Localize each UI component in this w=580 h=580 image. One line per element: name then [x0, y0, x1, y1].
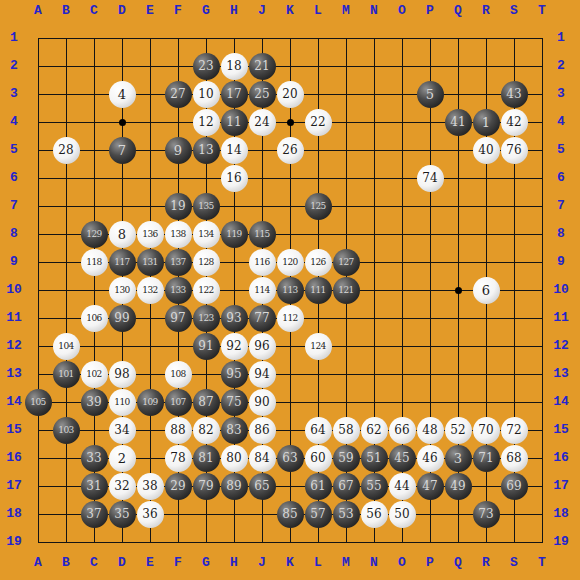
stone-move-number: 61 [310, 480, 325, 492]
stone-move-number: 86 [254, 424, 269, 436]
go-board[interactable]: ABCDEFGHJKLMNOPQRST ABCDEFGHJKLMNOPQRST … [0, 0, 580, 580]
row-label-right-17: 17 [548, 472, 574, 500]
stone-move-number: 87 [198, 396, 213, 408]
stone-move-number: 2 [118, 452, 126, 465]
stone-white-22-L4: 22 [305, 109, 332, 136]
stone-black-125-L7: 125 [305, 193, 332, 220]
row-label-left-13: 13 [1, 360, 27, 388]
stone-move-number: 10 [198, 88, 213, 100]
stone-black-31-C17: 31 [81, 473, 108, 500]
stone-move-number: 39 [86, 396, 101, 408]
stone-move-number: 114 [254, 286, 270, 295]
stone-move-number: 59 [338, 452, 353, 464]
stone-white-106-C11: 106 [81, 305, 108, 332]
stone-move-number: 124 [310, 342, 326, 351]
row-label-right-16: 16 [548, 444, 574, 472]
column-label-top-Q: Q [444, 3, 472, 19]
stone-white-12-G4: 12 [193, 109, 220, 136]
stone-move-number: 126 [310, 258, 326, 267]
stone-black-65-J17: 65 [249, 473, 276, 500]
stone-move-number: 66 [394, 424, 409, 436]
stone-move-number: 82 [198, 424, 213, 436]
stone-white-124-L12: 124 [305, 333, 332, 360]
stone-move-number: 93 [226, 312, 241, 324]
stone-move-number: 27 [170, 88, 185, 100]
stone-white-112-K11: 112 [277, 305, 304, 332]
stone-white-18-H2: 18 [221, 53, 248, 80]
column-label-bottom-Q: Q [444, 555, 472, 571]
stone-black-119-H8: 119 [221, 221, 248, 248]
stone-move-number: 101 [58, 370, 74, 379]
row-label-left-1: 1 [1, 24, 27, 52]
column-label-top-T: T [528, 3, 556, 19]
stone-white-104-B12: 104 [53, 333, 80, 360]
stone-white-8-D8: 8 [109, 221, 136, 248]
stone-move-number: 76 [506, 144, 521, 156]
stone-move-number: 88 [170, 424, 185, 436]
stone-white-130-D10: 130 [109, 277, 136, 304]
stone-move-number: 111 [310, 286, 326, 295]
stone-move-number: 49 [450, 480, 465, 492]
stone-black-73-R18: 73 [473, 501, 500, 528]
stone-white-128-G9: 128 [193, 249, 220, 276]
row-label-left-5: 5 [1, 136, 27, 164]
row-label-right-10: 10 [548, 276, 574, 304]
column-label-top-L: L [304, 3, 332, 19]
stone-black-1-R4: 1 [473, 109, 500, 136]
stone-black-13-G5: 13 [193, 137, 220, 164]
stone-black-75-H14: 75 [221, 389, 248, 416]
stone-white-114-J10: 114 [249, 277, 276, 304]
stone-black-113-K10: 113 [277, 277, 304, 304]
stone-move-number: 21 [254, 60, 269, 72]
stone-black-123-G11: 123 [193, 305, 220, 332]
stone-move-number: 11 [226, 116, 241, 128]
star-point-K4 [287, 119, 294, 126]
stone-white-62-N15: 62 [361, 417, 388, 444]
star-point-D4 [119, 119, 126, 126]
stone-white-126-L9: 126 [305, 249, 332, 276]
stone-move-number: 56 [366, 508, 381, 520]
stone-white-64-L15: 64 [305, 417, 332, 444]
row-label-right-2: 2 [548, 52, 574, 80]
stone-move-number: 46 [422, 452, 437, 464]
stone-black-23-G2: 23 [193, 53, 220, 80]
row-label-left-17: 17 [1, 472, 27, 500]
stone-white-120-K9: 120 [277, 249, 304, 276]
stone-move-number: 3 [454, 452, 462, 465]
stone-white-48-P15: 48 [417, 417, 444, 444]
stone-move-number: 115 [254, 230, 270, 239]
row-label-right-15: 15 [548, 416, 574, 444]
column-label-top-P: P [416, 3, 444, 19]
row-label-left-19: 19 [1, 528, 27, 556]
column-label-bottom-S: S [500, 555, 528, 571]
stone-white-56-N18: 56 [361, 501, 388, 528]
column-label-bottom-H: H [220, 555, 248, 571]
stone-move-number: 29 [170, 480, 185, 492]
row-label-left-18: 18 [1, 500, 27, 528]
stone-black-55-N17: 55 [361, 473, 388, 500]
stone-move-number: 64 [310, 424, 325, 436]
stone-move-number: 19 [170, 200, 185, 212]
row-label-right-14: 14 [548, 388, 574, 416]
stone-move-number: 45 [394, 452, 409, 464]
stone-black-127-M9: 127 [333, 249, 360, 276]
column-label-bottom-B: B [52, 555, 80, 571]
stone-white-24-J4: 24 [249, 109, 276, 136]
column-label-top-C: C [80, 3, 108, 19]
stone-move-number: 135 [198, 202, 214, 211]
stone-black-83-H15: 83 [221, 417, 248, 444]
column-label-top-A: A [24, 3, 52, 19]
stone-move-number: 78 [170, 452, 185, 464]
stone-move-number: 103 [58, 426, 74, 435]
stone-move-number: 91 [198, 340, 213, 352]
stone-move-number: 25 [254, 88, 269, 100]
stone-white-36-E18: 36 [137, 501, 164, 528]
stone-black-43-S3: 43 [501, 81, 528, 108]
row-label-left-12: 12 [1, 332, 27, 360]
row-label-left-4: 4 [1, 108, 27, 136]
stone-move-number: 110 [114, 398, 130, 407]
stone-move-number: 129 [86, 230, 102, 239]
column-label-top-E: E [136, 3, 164, 19]
stone-move-number: 134 [198, 230, 214, 239]
stone-white-138-F8: 138 [165, 221, 192, 248]
stone-black-69-S17: 69 [501, 473, 528, 500]
column-label-top-H: H [220, 3, 248, 19]
stone-move-number: 81 [198, 452, 213, 464]
stone-move-number: 44 [394, 480, 409, 492]
column-label-bottom-N: N [360, 555, 388, 571]
stone-move-number: 121 [338, 286, 354, 295]
stone-black-99-D11: 99 [109, 305, 136, 332]
column-label-top-M: M [332, 3, 360, 19]
stone-move-number: 35 [114, 508, 129, 520]
stone-move-number: 90 [254, 396, 269, 408]
stone-move-number: 98 [114, 368, 129, 380]
column-label-bottom-C: C [80, 555, 108, 571]
stone-white-16-H6: 16 [221, 165, 248, 192]
stone-move-number: 99 [114, 312, 129, 324]
stone-white-118-C9: 118 [81, 249, 108, 276]
stone-white-28-B5: 28 [53, 137, 80, 164]
stone-move-number: 65 [254, 480, 269, 492]
stone-black-71-R16: 71 [473, 445, 500, 472]
column-label-bottom-O: O [388, 555, 416, 571]
stone-move-number: 7 [118, 144, 126, 157]
stone-move-number: 109 [142, 398, 158, 407]
stone-move-number: 17 [226, 88, 241, 100]
stone-white-96-J12: 96 [249, 333, 276, 360]
row-label-right-5: 5 [548, 136, 574, 164]
stone-white-2-D16: 2 [109, 445, 136, 472]
stone-white-92-H12: 92 [221, 333, 248, 360]
stone-move-number: 41 [450, 116, 465, 128]
stone-move-number: 8 [118, 228, 126, 241]
stone-move-number: 72 [506, 424, 521, 436]
stone-move-number: 133 [170, 286, 186, 295]
stone-black-21-J2: 21 [249, 53, 276, 80]
row-label-left-3: 3 [1, 80, 27, 108]
stone-white-68-S16: 68 [501, 445, 528, 472]
stone-black-59-M16: 59 [333, 445, 360, 472]
stone-move-number: 117 [114, 258, 130, 267]
stone-white-6-R10: 6 [473, 277, 500, 304]
column-label-top-F: F [164, 3, 192, 19]
stone-white-70-R15: 70 [473, 417, 500, 444]
stone-move-number: 24 [254, 116, 269, 128]
stone-move-number: 26 [282, 144, 297, 156]
stone-white-108-F13: 108 [165, 361, 192, 388]
stone-move-number: 83 [226, 424, 241, 436]
stone-move-number: 105 [30, 398, 46, 407]
stone-move-number: 16 [226, 172, 241, 184]
stone-black-53-M18: 53 [333, 501, 360, 528]
column-label-top-S: S [500, 3, 528, 19]
stone-move-number: 74 [422, 172, 437, 184]
stone-black-81-G16: 81 [193, 445, 220, 472]
stone-white-4-D3: 4 [109, 81, 136, 108]
row-label-left-16: 16 [1, 444, 27, 472]
stone-move-number: 113 [282, 286, 298, 295]
column-label-bottom-J: J [248, 555, 276, 571]
stone-move-number: 127 [338, 258, 354, 267]
stone-move-number: 130 [114, 286, 130, 295]
stone-move-number: 48 [422, 424, 437, 436]
column-label-bottom-F: F [164, 555, 192, 571]
stone-move-number: 125 [310, 202, 326, 211]
stone-move-number: 60 [310, 452, 325, 464]
stone-black-87-G14: 87 [193, 389, 220, 416]
stone-move-number: 104 [58, 342, 74, 351]
stone-white-46-P16: 46 [417, 445, 444, 472]
row-label-right-7: 7 [548, 192, 574, 220]
stone-white-50-O18: 50 [389, 501, 416, 528]
stone-move-number: 96 [254, 340, 269, 352]
stone-move-number: 31 [86, 480, 101, 492]
stone-white-32-D17: 32 [109, 473, 136, 500]
column-label-bottom-G: G [192, 555, 220, 571]
row-label-right-3: 3 [548, 80, 574, 108]
column-label-top-N: N [360, 3, 388, 19]
row-label-right-12: 12 [548, 332, 574, 360]
stone-black-111-L10: 111 [305, 277, 332, 304]
stone-move-number: 5 [426, 88, 434, 101]
stone-white-102-C13: 102 [81, 361, 108, 388]
stone-white-20-K3: 20 [277, 81, 304, 108]
stone-black-93-H11: 93 [221, 305, 248, 332]
stone-white-134-G8: 134 [193, 221, 220, 248]
row-label-right-9: 9 [548, 248, 574, 276]
stone-move-number: 89 [226, 480, 241, 492]
stone-move-number: 50 [394, 508, 409, 520]
stone-move-number: 18 [226, 60, 241, 72]
stone-black-97-F11: 97 [165, 305, 192, 332]
stone-white-34-D15: 34 [109, 417, 136, 444]
row-label-left-14: 14 [1, 388, 27, 416]
stone-white-82-G15: 82 [193, 417, 220, 444]
stone-black-63-K16: 63 [277, 445, 304, 472]
row-label-left-11: 11 [1, 304, 27, 332]
stone-move-number: 62 [366, 424, 381, 436]
stone-white-88-F15: 88 [165, 417, 192, 444]
stone-white-10-G3: 10 [193, 81, 220, 108]
stone-move-number: 119 [226, 230, 242, 239]
column-label-top-J: J [248, 3, 276, 19]
row-label-right-4: 4 [548, 108, 574, 136]
column-label-top-D: D [108, 3, 136, 19]
stone-black-41-Q4: 41 [445, 109, 472, 136]
stone-move-number: 67 [338, 480, 353, 492]
stone-black-29-F17: 29 [165, 473, 192, 500]
stone-white-74-P6: 74 [417, 165, 444, 192]
stone-black-39-C14: 39 [81, 389, 108, 416]
stone-white-122-G10: 122 [193, 277, 220, 304]
stone-black-77-J11: 77 [249, 305, 276, 332]
stone-move-number: 120 [282, 258, 298, 267]
stone-black-137-F9: 137 [165, 249, 192, 276]
column-label-bottom-P: P [416, 555, 444, 571]
stone-move-number: 28 [58, 144, 73, 156]
stone-black-45-O16: 45 [389, 445, 416, 472]
stone-white-76-S5: 76 [501, 137, 528, 164]
stone-white-110-D14: 110 [109, 389, 136, 416]
stone-move-number: 128 [198, 258, 214, 267]
stone-move-number: 58 [338, 424, 353, 436]
row-label-right-11: 11 [548, 304, 574, 332]
column-label-bottom-K: K [276, 555, 304, 571]
row-label-left-9: 9 [1, 248, 27, 276]
stone-move-number: 136 [142, 230, 158, 239]
stone-move-number: 68 [506, 452, 521, 464]
stone-move-number: 36 [142, 508, 157, 520]
stone-black-19-F7: 19 [165, 193, 192, 220]
stone-white-86-J15: 86 [249, 417, 276, 444]
stone-black-51-N16: 51 [361, 445, 388, 472]
stone-move-number: 14 [226, 144, 241, 156]
column-label-top-R: R [472, 3, 500, 19]
stone-move-number: 70 [478, 424, 493, 436]
row-label-left-2: 2 [1, 52, 27, 80]
stone-black-121-M10: 121 [333, 277, 360, 304]
stone-black-135-G7: 135 [193, 193, 220, 220]
stone-black-33-C16: 33 [81, 445, 108, 472]
stone-black-133-F10: 133 [165, 277, 192, 304]
stone-move-number: 12 [198, 116, 213, 128]
stone-move-number: 118 [86, 258, 102, 267]
stone-white-66-O15: 66 [389, 417, 416, 444]
stone-black-47-P17: 47 [417, 473, 444, 500]
stone-move-number: 138 [170, 230, 186, 239]
stone-move-number: 4 [118, 88, 126, 101]
stone-move-number: 112 [282, 314, 298, 323]
stone-white-14-H5: 14 [221, 137, 248, 164]
stone-black-25-J3: 25 [249, 81, 276, 108]
stone-white-98-D13: 98 [109, 361, 136, 388]
stone-black-131-E9: 131 [137, 249, 164, 276]
stone-black-17-H3: 17 [221, 81, 248, 108]
stone-move-number: 106 [86, 314, 102, 323]
stone-white-58-M15: 58 [333, 417, 360, 444]
stone-move-number: 6 [482, 284, 490, 297]
stone-move-number: 40 [478, 144, 493, 156]
column-label-top-G: G [192, 3, 220, 19]
row-label-right-1: 1 [548, 24, 574, 52]
stone-move-number: 69 [506, 480, 521, 492]
stone-black-37-C18: 37 [81, 501, 108, 528]
stone-white-116-J9: 116 [249, 249, 276, 276]
column-label-top-O: O [388, 3, 416, 19]
stone-move-number: 137 [170, 258, 186, 267]
stone-move-number: 85 [282, 508, 297, 520]
stone-move-number: 43 [506, 88, 521, 100]
stone-white-38-E17: 38 [137, 473, 164, 500]
column-label-bottom-T: T [528, 555, 556, 571]
stone-black-107-F14: 107 [165, 389, 192, 416]
star-point-Q10 [455, 287, 462, 294]
column-label-bottom-R: R [472, 555, 500, 571]
stone-move-number: 80 [226, 452, 241, 464]
column-label-bottom-L: L [304, 555, 332, 571]
column-label-bottom-E: E [136, 555, 164, 571]
stone-black-7-D5: 7 [109, 137, 136, 164]
row-label-right-18: 18 [548, 500, 574, 528]
stone-move-number: 75 [226, 396, 241, 408]
stone-white-72-S15: 72 [501, 417, 528, 444]
stone-move-number: 102 [86, 370, 102, 379]
stone-move-number: 9 [174, 144, 182, 157]
stone-white-90-J14: 90 [249, 389, 276, 416]
stone-black-79-G17: 79 [193, 473, 220, 500]
row-label-left-6: 6 [1, 164, 27, 192]
stone-black-109-E14: 109 [137, 389, 164, 416]
stone-black-95-H13: 95 [221, 361, 248, 388]
stone-move-number: 55 [366, 480, 381, 492]
stone-black-105-A14: 105 [25, 389, 52, 416]
stone-move-number: 95 [226, 368, 241, 380]
stone-move-number: 77 [254, 312, 269, 324]
row-label-right-19: 19 [548, 528, 574, 556]
stone-white-52-Q15: 52 [445, 417, 472, 444]
stone-white-60-L16: 60 [305, 445, 332, 472]
stone-black-57-L18: 57 [305, 501, 332, 528]
stone-black-67-M17: 67 [333, 473, 360, 500]
row-label-right-13: 13 [548, 360, 574, 388]
stone-white-42-S4: 42 [501, 109, 528, 136]
stone-move-number: 63 [282, 452, 297, 464]
stone-move-number: 47 [422, 480, 437, 492]
stone-white-136-E8: 136 [137, 221, 164, 248]
stone-move-number: 84 [254, 452, 269, 464]
stone-move-number: 23 [198, 60, 213, 72]
stone-move-number: 97 [170, 312, 185, 324]
stone-black-11-H4: 11 [221, 109, 248, 136]
stone-black-85-K18: 85 [277, 501, 304, 528]
column-label-top-B: B [52, 3, 80, 19]
stone-move-number: 108 [170, 370, 186, 379]
stone-white-40-R5: 40 [473, 137, 500, 164]
stone-move-number: 33 [86, 452, 101, 464]
stone-move-number: 107 [170, 398, 186, 407]
stone-move-number: 79 [198, 480, 213, 492]
stone-move-number: 131 [142, 258, 158, 267]
stone-move-number: 71 [478, 452, 493, 464]
column-label-top-K: K [276, 3, 304, 19]
stone-white-94-J13: 94 [249, 361, 276, 388]
column-label-bottom-M: M [332, 555, 360, 571]
